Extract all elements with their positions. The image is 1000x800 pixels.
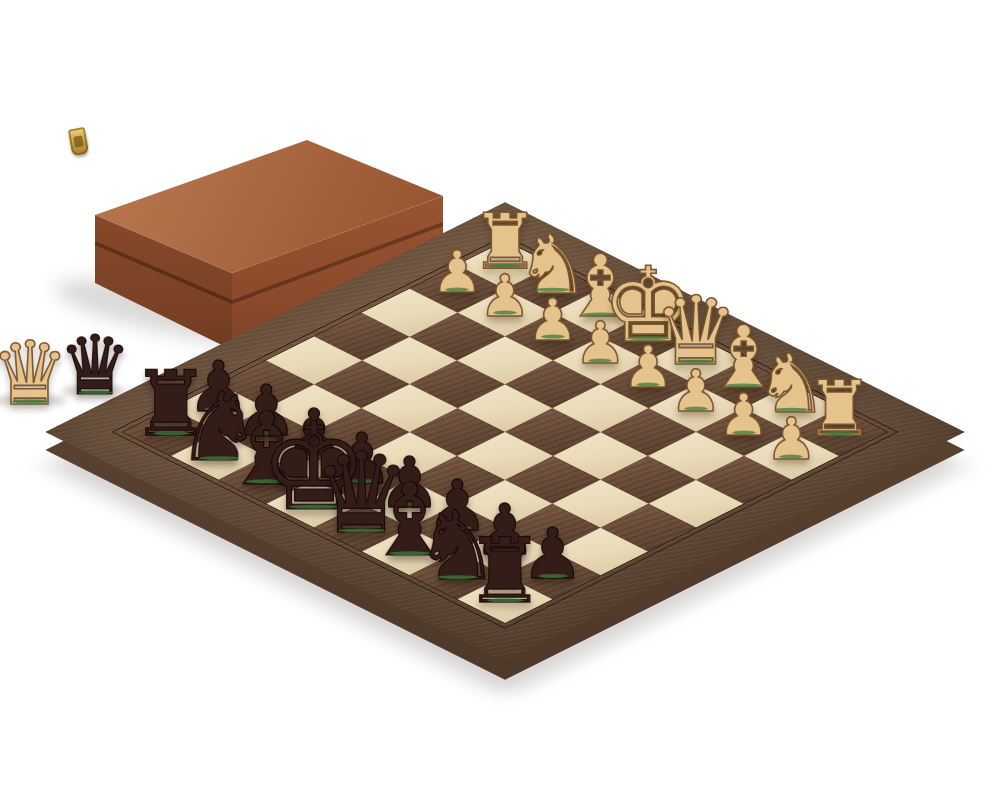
piece-white-pawn-f2: ♟ — [527, 290, 579, 348]
piece-white-pawn-b2: ♟ — [718, 386, 770, 444]
piece-white-pawn-e2: ♟ — [574, 314, 626, 372]
piece-white-pawn-g2: ♟ — [479, 266, 531, 324]
piece-white-pawn-h2: ♟ — [431, 242, 483, 300]
pieces-layer: ♜♞♝♛♚♝♞♜♟♟♟♟♟♟♟♟♟♟♟♟♟♟♟♟♜♞♝♛♚♝♞♜♛♛ — [0, 0, 1000, 800]
piece-white-pawn-d2: ♟ — [622, 338, 674, 396]
piece-white-pawn-c2: ♟ — [670, 362, 722, 420]
spare-piece-black-queen: ♛ — [58, 325, 132, 407]
piece-white-pawn-a2: ♟ — [765, 409, 817, 467]
piece-black-rook-a8: ♜ — [465, 527, 545, 617]
chess-set-product-photo: ♜♞♝♛♚♝♞♜♟♟♟♟♟♟♟♟♟♟♟♟♟♟♟♟♜♞♝♛♚♝♞♜♛♛ — [0, 0, 1000, 800]
